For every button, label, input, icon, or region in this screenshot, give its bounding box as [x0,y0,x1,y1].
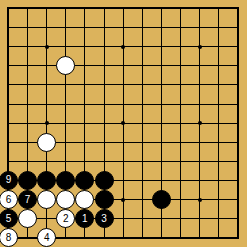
stone-white: 4 [37,228,56,247]
move-number: 7 [25,195,31,205]
stone-black: 9 [0,171,18,190]
stone-black [18,171,37,190]
move-number: 5 [6,214,12,224]
stone-black [95,171,114,190]
move-number: 1 [82,214,88,224]
stone-white [37,133,56,152]
move-number: 3 [101,214,107,224]
move-number: 8 [6,233,12,243]
go-board: 967521384 [0,0,247,247]
stone-black: 3 [95,209,114,228]
star-point [198,121,202,125]
move-number: 9 [6,175,12,185]
star-point [121,45,125,49]
grid-line-horizontal [9,218,238,219]
star-point [198,198,202,202]
stone-black [95,190,114,209]
stone-black [152,190,171,209]
grid-line-vertical [180,9,181,238]
move-number: 4 [44,233,50,243]
grid-line-vertical [218,9,219,238]
stone-black [37,171,56,190]
grid-line-horizontal [9,161,238,162]
star-point [198,45,202,49]
star-point [121,198,125,202]
star-point [45,45,49,49]
stone-black: 7 [18,190,37,209]
move-number: 2 [63,214,69,224]
stone-white: 8 [0,228,18,247]
move-number: 6 [6,195,12,205]
star-point [45,121,49,125]
grid-line-vertical [142,9,143,238]
